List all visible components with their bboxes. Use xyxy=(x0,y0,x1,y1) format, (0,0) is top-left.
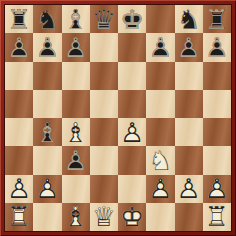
black-pawn-outline-icon: ♙ xyxy=(33,33,61,61)
square-a3[interactable] xyxy=(5,146,33,174)
white-bishop-outline-icon: ♗ xyxy=(62,203,90,231)
black-knight-outline-icon: ♘ xyxy=(175,5,203,33)
square-h6[interactable] xyxy=(203,62,231,90)
square-d1[interactable]: ♛♕ xyxy=(90,203,118,231)
square-b1[interactable] xyxy=(33,203,61,231)
piece-black-bishop[interactable]: ♝♗ xyxy=(62,5,90,33)
piece-black-bishop[interactable]: ♝♗ xyxy=(33,118,61,146)
square-b7[interactable]: ♟♙ xyxy=(33,33,61,61)
square-c7[interactable]: ♟♙ xyxy=(62,33,90,61)
square-e7[interactable] xyxy=(118,33,146,61)
square-g1[interactable] xyxy=(175,203,203,231)
black-queen-outline-icon: ♕ xyxy=(90,5,118,33)
piece-white-pawn[interactable]: ♟♙ xyxy=(175,175,203,203)
white-pawn-icon: ♟ xyxy=(175,175,203,203)
square-g4[interactable] xyxy=(175,118,203,146)
square-b6[interactable] xyxy=(33,62,61,90)
piece-white-bishop[interactable]: ♝♗ xyxy=(62,203,90,231)
piece-black-knight[interactable]: ♞♘ xyxy=(175,5,203,33)
square-h2[interactable]: ♟♙ xyxy=(203,175,231,203)
square-h4[interactable] xyxy=(203,118,231,146)
square-d6[interactable] xyxy=(90,62,118,90)
piece-black-pawn[interactable]: ♟♙ xyxy=(146,33,174,61)
black-bishop-outline-icon: ♗ xyxy=(62,5,90,33)
square-d2[interactable] xyxy=(90,175,118,203)
black-queen-icon: ♛ xyxy=(90,5,118,33)
square-f8[interactable] xyxy=(146,5,174,33)
piece-white-pawn[interactable]: ♟♙ xyxy=(5,175,33,203)
square-a5[interactable] xyxy=(5,90,33,118)
square-e1[interactable]: ♚♔ xyxy=(118,203,146,231)
square-c8[interactable]: ♝♗ xyxy=(62,5,90,33)
black-rook-icon: ♜ xyxy=(203,5,231,33)
white-rook-icon: ♜ xyxy=(5,203,33,231)
square-g3[interactable] xyxy=(175,146,203,174)
square-b4[interactable]: ♝♗ xyxy=(33,118,61,146)
square-f5[interactable] xyxy=(146,90,174,118)
piece-black-pawn[interactable]: ♟♙ xyxy=(33,33,61,61)
black-knight-icon: ♞ xyxy=(175,5,203,33)
white-pawn-outline-icon: ♙ xyxy=(175,175,203,203)
white-pawn-outline-icon: ♙ xyxy=(118,118,146,146)
square-d4[interactable] xyxy=(90,118,118,146)
white-pawn-icon: ♟ xyxy=(5,175,33,203)
square-b3[interactable] xyxy=(33,146,61,174)
piece-white-rook[interactable]: ♜♖ xyxy=(203,203,231,231)
piece-black-pawn[interactable]: ♟♙ xyxy=(62,33,90,61)
piece-black-pawn[interactable]: ♟♙ xyxy=(5,33,33,61)
white-bishop-icon: ♝ xyxy=(62,203,90,231)
square-g7[interactable]: ♟♙ xyxy=(175,33,203,61)
piece-white-pawn[interactable]: ♟♙ xyxy=(118,118,146,146)
piece-black-pawn[interactable]: ♟♙ xyxy=(62,146,90,174)
black-knight-outline-icon: ♘ xyxy=(33,5,61,33)
square-d7[interactable] xyxy=(90,33,118,61)
square-d5[interactable] xyxy=(90,90,118,118)
black-knight-icon: ♞ xyxy=(33,5,61,33)
piece-white-king[interactable]: ♚♔ xyxy=(118,203,146,231)
piece-white-queen[interactable]: ♛♕ xyxy=(90,203,118,231)
white-rook-outline-icon: ♖ xyxy=(203,203,231,231)
piece-black-knight[interactable]: ♞♘ xyxy=(33,5,61,33)
piece-black-rook[interactable]: ♜♖ xyxy=(203,5,231,33)
square-e5[interactable] xyxy=(118,90,146,118)
square-f2[interactable]: ♟♙ xyxy=(146,175,174,203)
black-bishop-icon: ♝ xyxy=(33,118,61,146)
square-c1[interactable]: ♝♗ xyxy=(62,203,90,231)
piece-white-pawn[interactable]: ♟♙ xyxy=(203,175,231,203)
black-rook-icon: ♜ xyxy=(5,5,33,33)
square-b5[interactable] xyxy=(33,90,61,118)
white-pawn-icon: ♟ xyxy=(203,175,231,203)
black-pawn-icon: ♟ xyxy=(62,33,90,61)
square-d3[interactable] xyxy=(90,146,118,174)
black-pawn-outline-icon: ♙ xyxy=(62,33,90,61)
piece-white-knight[interactable]: ♞♘ xyxy=(146,146,174,174)
square-g2[interactable]: ♟♙ xyxy=(175,175,203,203)
square-h1[interactable]: ♜♖ xyxy=(203,203,231,231)
white-pawn-icon: ♟ xyxy=(146,175,174,203)
piece-black-rook[interactable]: ♜♖ xyxy=(5,5,33,33)
square-e4[interactable]: ♟♙ xyxy=(118,118,146,146)
black-pawn-icon: ♟ xyxy=(33,33,61,61)
black-king-icon: ♚ xyxy=(118,5,146,33)
square-g8[interactable]: ♞♘ xyxy=(175,5,203,33)
white-pawn-outline-icon: ♙ xyxy=(33,175,61,203)
square-e2[interactable] xyxy=(118,175,146,203)
white-knight-icon: ♞ xyxy=(146,146,174,174)
square-e6[interactable] xyxy=(118,62,146,90)
black-pawn-outline-icon: ♙ xyxy=(62,146,90,174)
white-knight-outline-icon: ♘ xyxy=(146,146,174,174)
white-queen-outline-icon: ♕ xyxy=(90,203,118,231)
black-pawn-icon: ♟ xyxy=(5,33,33,61)
white-bishop-icon: ♝ xyxy=(62,118,90,146)
square-f3[interactable]: ♞♘ xyxy=(146,146,174,174)
black-pawn-outline-icon: ♙ xyxy=(5,33,33,61)
white-king-icon: ♚ xyxy=(118,203,146,231)
square-d8[interactable]: ♛♕ xyxy=(90,5,118,33)
square-a4[interactable] xyxy=(5,118,33,146)
black-pawn-icon: ♟ xyxy=(62,146,90,174)
square-c5[interactable] xyxy=(62,90,90,118)
black-pawn-outline-icon: ♙ xyxy=(146,33,174,61)
piece-white-pawn[interactable]: ♟♙ xyxy=(33,175,61,203)
black-rook-outline-icon: ♖ xyxy=(203,5,231,33)
black-king-outline-icon: ♔ xyxy=(118,5,146,33)
piece-black-pawn[interactable]: ♟♙ xyxy=(175,33,203,61)
black-rook-outline-icon: ♖ xyxy=(5,5,33,33)
black-pawn-icon: ♟ xyxy=(175,33,203,61)
white-pawn-outline-icon: ♙ xyxy=(5,175,33,203)
square-a6[interactable] xyxy=(5,62,33,90)
black-bishop-outline-icon: ♗ xyxy=(33,118,61,146)
square-a8[interactable]: ♜♖ xyxy=(5,5,33,33)
square-b2[interactable]: ♟♙ xyxy=(33,175,61,203)
square-f1[interactable] xyxy=(146,203,174,231)
white-rook-icon: ♜ xyxy=(203,203,231,231)
square-e8[interactable]: ♚♔ xyxy=(118,5,146,33)
piece-black-queen[interactable]: ♛♕ xyxy=(90,5,118,33)
square-a7[interactable]: ♟♙ xyxy=(5,33,33,61)
piece-white-bishop[interactable]: ♝♗ xyxy=(62,118,90,146)
square-a1[interactable]: ♜♖ xyxy=(5,203,33,231)
white-pawn-outline-icon: ♙ xyxy=(203,175,231,203)
piece-black-pawn[interactable]: ♟♙ xyxy=(203,33,231,61)
square-h5[interactable] xyxy=(203,90,231,118)
square-g6[interactable] xyxy=(175,62,203,90)
black-pawn-outline-icon: ♙ xyxy=(175,33,203,61)
square-c3[interactable]: ♟♙ xyxy=(62,146,90,174)
black-pawn-icon: ♟ xyxy=(146,33,174,61)
square-h7[interactable]: ♟♙ xyxy=(203,33,231,61)
square-b8[interactable]: ♞♘ xyxy=(33,5,61,33)
white-pawn-icon: ♟ xyxy=(118,118,146,146)
square-c2[interactable] xyxy=(62,175,90,203)
square-h8[interactable]: ♜♖ xyxy=(203,5,231,33)
chess-board: ♜♖♞♘♝♗♛♕♚♔♞♘♜♖♟♙♟♙♟♙♟♙♟♙♟♙♝♗♝♗♟♙♟♙♞♘♟♙♟♙… xyxy=(5,5,231,231)
black-pawn-icon: ♟ xyxy=(203,33,231,61)
square-f7[interactable]: ♟♙ xyxy=(146,33,174,61)
square-g5[interactable] xyxy=(175,90,203,118)
black-bishop-icon: ♝ xyxy=(62,5,90,33)
square-f4[interactable] xyxy=(146,118,174,146)
white-queen-icon: ♛ xyxy=(90,203,118,231)
white-rook-outline-icon: ♖ xyxy=(5,203,33,231)
square-e3[interactable] xyxy=(118,146,146,174)
square-c6[interactable] xyxy=(62,62,90,90)
piece-white-rook[interactable]: ♜♖ xyxy=(5,203,33,231)
piece-white-pawn[interactable]: ♟♙ xyxy=(146,175,174,203)
white-king-outline-icon: ♔ xyxy=(118,203,146,231)
square-h3[interactable] xyxy=(203,146,231,174)
white-pawn-outline-icon: ♙ xyxy=(146,175,174,203)
square-c4[interactable]: ♝♗ xyxy=(62,118,90,146)
piece-black-king[interactable]: ♚♔ xyxy=(118,5,146,33)
black-pawn-outline-icon: ♙ xyxy=(203,33,231,61)
square-a2[interactable]: ♟♙ xyxy=(5,175,33,203)
square-f6[interactable] xyxy=(146,62,174,90)
white-bishop-outline-icon: ♗ xyxy=(62,118,90,146)
white-pawn-icon: ♟ xyxy=(33,175,61,203)
chess-board-frame: ♜♖♞♘♝♗♛♕♚♔♞♘♜♖♟♙♟♙♟♙♟♙♟♙♟♙♝♗♝♗♟♙♟♙♞♘♟♙♟♙… xyxy=(0,0,236,236)
